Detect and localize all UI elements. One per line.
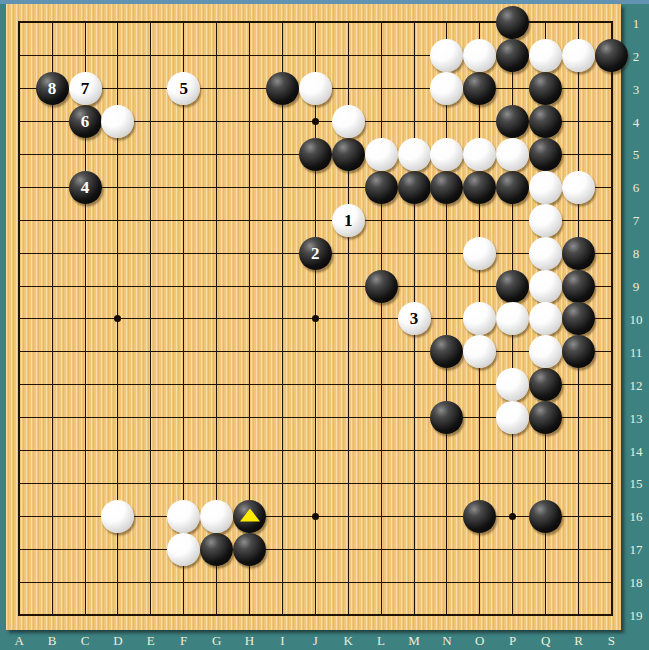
stone-black-Q5[interactable] bbox=[529, 138, 562, 171]
column-label-F: F bbox=[174, 634, 194, 647]
column-label-C: C bbox=[75, 634, 95, 647]
column-label-I: I bbox=[272, 634, 292, 647]
column-label-S: S bbox=[601, 634, 621, 647]
stone-white-Q7[interactable] bbox=[529, 204, 562, 237]
stone-white-Q6[interactable] bbox=[529, 171, 562, 204]
row-label-8: 8 bbox=[624, 247, 648, 260]
column-label-A: A bbox=[9, 634, 29, 647]
stone-white-D16[interactable] bbox=[101, 500, 134, 533]
star-point bbox=[509, 513, 516, 520]
stone-black-P9[interactable] bbox=[496, 270, 529, 303]
stone-white-J3[interactable] bbox=[299, 72, 332, 105]
row-label-7: 7 bbox=[624, 214, 648, 227]
row-label-3: 3 bbox=[624, 83, 648, 96]
stone-white-P5[interactable] bbox=[496, 138, 529, 171]
stone-black-O16[interactable] bbox=[463, 500, 496, 533]
column-label-B: B bbox=[42, 634, 62, 647]
triangle-mark bbox=[240, 509, 260, 522]
row-label-18: 18 bbox=[624, 576, 648, 589]
move-number-label: 2 bbox=[311, 245, 320, 262]
stone-black-H17[interactable] bbox=[233, 533, 266, 566]
move-number-label: 8 bbox=[48, 80, 57, 97]
stone-black-C6[interactable]: 4 bbox=[69, 171, 102, 204]
row-label-19: 19 bbox=[624, 609, 648, 622]
row-label-13: 13 bbox=[624, 412, 648, 425]
move-number-label: 5 bbox=[179, 80, 188, 97]
column-label-L: L bbox=[371, 634, 391, 647]
stone-black-M6[interactable] bbox=[398, 171, 431, 204]
row-label-5: 5 bbox=[624, 148, 648, 161]
stone-black-R8[interactable] bbox=[562, 237, 595, 270]
stone-white-M10[interactable]: 3 bbox=[398, 302, 431, 335]
stone-white-Q9[interactable] bbox=[529, 270, 562, 303]
row-label-17: 17 bbox=[624, 543, 648, 556]
row-label-10: 10 bbox=[624, 313, 648, 326]
row-label-6: 6 bbox=[624, 181, 648, 194]
stone-black-B3[interactable]: 8 bbox=[36, 72, 69, 105]
row-label-12: 12 bbox=[624, 379, 648, 392]
stone-black-G17[interactable] bbox=[200, 533, 233, 566]
stone-white-C3[interactable]: 7 bbox=[69, 72, 102, 105]
stone-white-R6[interactable] bbox=[562, 171, 595, 204]
stone-white-Q8[interactable] bbox=[529, 237, 562, 270]
column-label-P: P bbox=[503, 634, 523, 647]
column-label-E: E bbox=[141, 634, 161, 647]
stone-black-L9[interactable] bbox=[365, 270, 398, 303]
stone-black-K5[interactable] bbox=[332, 138, 365, 171]
stone-black-Q16[interactable] bbox=[529, 500, 562, 533]
column-label-J: J bbox=[305, 634, 325, 647]
stone-black-Q13[interactable] bbox=[529, 401, 562, 434]
column-label-D: D bbox=[108, 634, 128, 647]
column-label-Q: Q bbox=[536, 634, 556, 647]
stone-black-N6[interactable] bbox=[430, 171, 463, 204]
stone-black-P6[interactable] bbox=[496, 171, 529, 204]
column-label-O: O bbox=[470, 634, 490, 647]
stone-black-R9[interactable] bbox=[562, 270, 595, 303]
stone-black-S2[interactable] bbox=[595, 39, 628, 72]
stone-white-R2[interactable] bbox=[562, 39, 595, 72]
row-label-11: 11 bbox=[624, 346, 648, 359]
column-label-M: M bbox=[404, 634, 424, 647]
column-label-N: N bbox=[437, 634, 457, 647]
column-label-K: K bbox=[338, 634, 358, 647]
move-number-label: 4 bbox=[81, 179, 90, 196]
move-number-label: 1 bbox=[344, 212, 353, 229]
stone-white-K7[interactable]: 1 bbox=[332, 204, 365, 237]
stone-black-L6[interactable] bbox=[365, 171, 398, 204]
stone-white-F16[interactable] bbox=[167, 500, 200, 533]
row-label-9: 9 bbox=[624, 280, 648, 293]
column-label-R: R bbox=[569, 634, 589, 647]
stone-white-K4[interactable] bbox=[332, 105, 365, 138]
stone-black-J8[interactable]: 2 bbox=[299, 237, 332, 270]
stone-black-I3[interactable] bbox=[266, 72, 299, 105]
row-label-2: 2 bbox=[624, 50, 648, 63]
stone-black-Q3[interactable] bbox=[529, 72, 562, 105]
star-point bbox=[312, 513, 319, 520]
move-number-label: 7 bbox=[81, 80, 90, 97]
stone-black-H16[interactable] bbox=[233, 500, 266, 533]
move-number-label: 3 bbox=[410, 310, 419, 327]
stone-black-O6[interactable] bbox=[463, 171, 496, 204]
row-label-4: 4 bbox=[624, 116, 648, 129]
stone-white-G16[interactable] bbox=[200, 500, 233, 533]
column-label-H: H bbox=[240, 634, 260, 647]
stone-black-Q4[interactable] bbox=[529, 105, 562, 138]
stone-white-M5[interactable] bbox=[398, 138, 431, 171]
move-number-label: 6 bbox=[81, 113, 90, 130]
row-label-14: 14 bbox=[624, 445, 648, 458]
star-point bbox=[312, 118, 319, 125]
stone-white-O5[interactable] bbox=[463, 138, 496, 171]
stone-white-F17[interactable] bbox=[167, 533, 200, 566]
row-label-15: 15 bbox=[624, 477, 648, 490]
go-game-screenshot: 86427513 12345678910111213141516171819 A… bbox=[0, 0, 649, 650]
stone-white-L5[interactable] bbox=[365, 138, 398, 171]
stone-black-J5[interactable] bbox=[299, 138, 332, 171]
stone-black-P4[interactable] bbox=[496, 105, 529, 138]
stone-white-O8[interactable] bbox=[463, 237, 496, 270]
column-label-G: G bbox=[207, 634, 227, 647]
row-label-16: 16 bbox=[624, 510, 648, 523]
stone-black-C4[interactable]: 6 bbox=[69, 105, 102, 138]
row-label-1: 1 bbox=[624, 17, 648, 30]
